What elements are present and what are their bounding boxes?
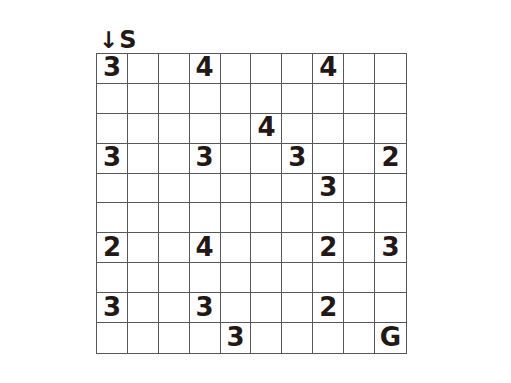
cell-r7c7[interactable] [282,233,313,263]
cell-r7c9[interactable] [344,233,375,263]
cell-r2c2[interactable] [128,84,159,114]
cell-r3c4[interactable] [190,114,221,144]
clue-number: 3 [103,144,121,170]
board: 34443332324233323G [96,53,407,354]
cell-r3c9[interactable] [344,114,375,144]
cell-r4c3[interactable] [159,144,190,174]
cell-r5c8[interactable]: 3 [313,174,344,204]
cell-r6c8[interactable] [313,203,344,233]
cell-r3c2[interactable] [128,114,159,144]
cell-r5c6[interactable] [251,174,282,204]
cell-r4c1[interactable]: 3 [97,144,128,174]
clue-number: 4 [196,234,214,260]
cell-r9c2[interactable] [128,293,159,323]
cell-r4c4[interactable]: 3 [190,144,221,174]
clue-number: 3 [319,174,337,200]
cell-r6c5[interactable] [221,203,252,233]
cell-r4c8[interactable] [313,144,344,174]
cell-r7c8[interactable]: 2 [313,233,344,263]
cell-r8c2[interactable] [128,263,159,293]
cell-r10c2[interactable] [128,323,159,353]
cell-r1c6[interactable] [251,54,282,84]
cell-r7c10[interactable]: 3 [375,233,406,263]
cell-r6c2[interactable] [128,203,159,233]
cell-r10c3[interactable] [159,323,190,353]
cell-r8c9[interactable] [344,263,375,293]
cell-r1c7[interactable] [282,54,313,84]
start-label: S [119,28,136,52]
clue-number: 2 [319,234,337,260]
cell-r9c1[interactable]: 3 [97,293,128,323]
cell-r7c5[interactable] [221,233,252,263]
cell-r8c10[interactable] [375,263,406,293]
cell-r6c6[interactable] [251,203,282,233]
cell-r2c6[interactable] [251,84,282,114]
clue-number: 3 [196,144,214,170]
cell-r8c5[interactable] [221,263,252,293]
cell-r6c10[interactable] [375,203,406,233]
cell-r3c8[interactable] [313,114,344,144]
cell-r3c3[interactable] [159,114,190,144]
cell-r1c2[interactable] [128,54,159,84]
cell-r9c3[interactable] [159,293,190,323]
cell-r7c1[interactable]: 2 [97,233,128,263]
cell-r7c4[interactable]: 4 [190,233,221,263]
cell-r1c8[interactable]: 4 [313,54,344,84]
cell-r7c2[interactable] [128,233,159,263]
cell-r9c6[interactable] [251,293,282,323]
cell-r3c1[interactable] [97,114,128,144]
cell-r4c6[interactable] [251,144,282,174]
cell-r5c10[interactable] [375,174,406,204]
clue-number: 2 [381,144,399,170]
cell-r1c4[interactable]: 4 [190,54,221,84]
cell-r5c2[interactable] [128,174,159,204]
cell-r2c9[interactable] [344,84,375,114]
cell-r2c7[interactable] [282,84,313,114]
cell-r10c7[interactable] [282,323,313,353]
cell-r6c9[interactable] [344,203,375,233]
cell-r6c3[interactable] [159,203,190,233]
cell-r3c7[interactable] [282,114,313,144]
cell-r9c5[interactable] [221,293,252,323]
cell-r6c4[interactable] [190,203,221,233]
cell-r5c7[interactable] [282,174,313,204]
cell-r1c9[interactable] [344,54,375,84]
cell-r8c6[interactable] [251,263,282,293]
cell-r8c1[interactable] [97,263,128,293]
cell-r9c7[interactable] [282,293,313,323]
cell-r4c10[interactable]: 2 [375,144,406,174]
start-marker: ↓S [99,28,137,52]
cell-r10c9[interactable] [344,323,375,353]
cell-r8c3[interactable] [159,263,190,293]
cell-r4c7[interactable]: 3 [282,144,313,174]
cell-r9c8[interactable]: 2 [313,293,344,323]
cell-r8c8[interactable] [313,263,344,293]
cell-r2c10[interactable] [375,84,406,114]
cell-r5c9[interactable] [344,174,375,204]
cell-r3c5[interactable] [221,114,252,144]
cell-r10c5[interactable]: 3 [221,323,252,353]
cell-r6c1[interactable] [97,203,128,233]
cell-r1c5[interactable] [221,54,252,84]
cell-r8c7[interactable] [282,263,313,293]
cell-r1c3[interactable] [159,54,190,84]
cell-r3c6[interactable]: 4 [251,114,282,144]
clue-number: 4 [196,54,214,80]
cell-r2c5[interactable] [221,84,252,114]
cell-r4c2[interactable] [128,144,159,174]
cell-r3c10[interactable] [375,114,406,144]
cell-r9c10[interactable] [375,293,406,323]
cell-r10c4[interactable] [190,323,221,353]
cell-r10c1[interactable] [97,323,128,353]
cell-r5c1[interactable] [97,174,128,204]
clue-number: 4 [257,114,275,140]
cell-r7c3[interactable] [159,233,190,263]
clue-number: 3 [288,144,306,170]
clue-number: 3 [226,324,244,350]
puzzle-page: ↓S 34443332324233323G [0,0,511,383]
goal-label: G [380,324,401,350]
cell-r4c9[interactable] [344,144,375,174]
cell-r1c10[interactable] [375,54,406,84]
cell-r7c6[interactable] [251,233,282,263]
cell-r2c4[interactable] [190,84,221,114]
clue-number: 4 [319,54,337,80]
cell-r10c8[interactable] [313,323,344,353]
clue-number: 2 [319,294,337,320]
cell-r1c1[interactable]: 3 [97,54,128,84]
cell-r5c3[interactable] [159,174,190,204]
cell-r5c4[interactable] [190,174,221,204]
cell-r8c4[interactable] [190,263,221,293]
clue-number: 3 [196,294,214,320]
cell-r2c1[interactable] [97,84,128,114]
cell-r10c6[interactable] [251,323,282,353]
clue-number: 3 [103,54,121,80]
cell-r6c7[interactable] [282,203,313,233]
clue-number: 2 [103,234,121,260]
cell-r9c9[interactable] [344,293,375,323]
cell-r4c5[interactable] [221,144,252,174]
cell-r10c10[interactable]: G [375,323,406,353]
clue-number: 3 [103,294,121,320]
down-arrow-icon: ↓ [99,28,118,52]
cell-r9c4[interactable]: 3 [190,293,221,323]
cell-r5c5[interactable] [221,174,252,204]
cell-r2c8[interactable] [313,84,344,114]
cell-r2c3[interactable] [159,84,190,114]
clue-number: 3 [381,234,399,260]
